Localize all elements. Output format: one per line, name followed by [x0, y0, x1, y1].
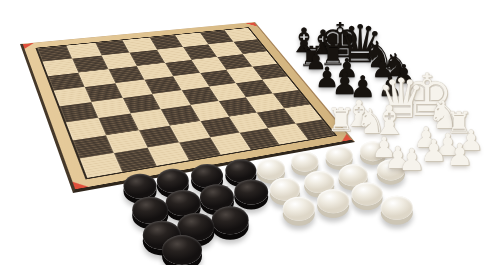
white-checker	[257, 158, 285, 179]
black-checker	[212, 206, 249, 234]
black-checker	[124, 174, 157, 199]
white-checker	[352, 182, 383, 205]
white-checker	[381, 196, 413, 220]
white-checker	[283, 197, 315, 221]
white-pawn: ♟	[399, 145, 426, 175]
white-checker	[317, 189, 349, 213]
black-checker	[234, 179, 268, 204]
product-photo: ♝♝♚♛♞♞♜♜♟♟♟♟♟♟♟♟♜♝♞♝♛♚♞♜♟♟♟♟♟♟♟♟	[0, 0, 500, 265]
pieces-layer: ♝♝♚♛♞♞♜♜♟♟♟♟♟♟♟♟♜♝♞♝♛♚♞♜♟♟♟♟♟♟♟♟	[0, 0, 500, 265]
black-checker	[162, 235, 202, 265]
white-rook: ♜	[327, 104, 356, 136]
white-pawn: ♟	[447, 140, 474, 170]
white-checker	[326, 146, 353, 166]
white-checker	[291, 152, 318, 172]
black-checker	[132, 197, 168, 224]
